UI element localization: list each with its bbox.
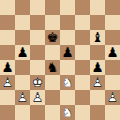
white-piece-outline: ♙ [90, 75, 105, 90]
white-pawn[interactable]: ♟♙ [0, 75, 15, 90]
white-pawn[interactable]: ♟♙ [105, 90, 120, 105]
white-piece-outline: ♘ [60, 105, 75, 120]
square-c4[interactable] [30, 60, 45, 75]
square-b7[interactable] [15, 15, 30, 30]
square-e2[interactable] [60, 90, 75, 105]
square-f5[interactable] [75, 45, 90, 60]
square-b1[interactable] [15, 105, 30, 120]
square-g6[interactable]: ♝ [90, 30, 105, 45]
square-a1[interactable] [0, 105, 15, 120]
black-pawn[interactable]: ♟ [105, 45, 120, 60]
white-piece-outline: ♙ [30, 90, 45, 105]
black-pawn[interactable]: ♟ [15, 45, 30, 60]
square-h3[interactable] [105, 75, 120, 90]
square-c7[interactable] [30, 15, 45, 30]
square-g2[interactable] [90, 90, 105, 105]
square-f6[interactable] [75, 30, 90, 45]
square-f2[interactable] [75, 90, 90, 105]
square-d5[interactable] [45, 45, 60, 60]
square-h7[interactable] [105, 15, 120, 30]
square-a2[interactable] [0, 90, 15, 105]
square-a7[interactable] [0, 15, 15, 30]
square-c3[interactable]: ♚♔ [30, 75, 45, 90]
square-e6[interactable] [60, 30, 75, 45]
square-e5[interactable]: ♟ [60, 45, 75, 60]
square-c1[interactable] [30, 105, 45, 120]
square-g7[interactable] [90, 15, 105, 30]
square-c8[interactable] [30, 0, 45, 15]
square-d8[interactable] [45, 0, 60, 15]
white-piece-outline: ♙ [105, 90, 120, 105]
square-b4[interactable] [15, 60, 30, 75]
square-e4[interactable] [60, 60, 75, 75]
black-king[interactable]: ♚ [45, 30, 60, 45]
square-b2[interactable]: ♟♙ [15, 90, 30, 105]
white-knight[interactable]: ♞♘ [60, 75, 75, 90]
square-g1[interactable] [90, 105, 105, 120]
square-f4[interactable] [75, 60, 90, 75]
black-bishop[interactable]: ♝ [90, 30, 105, 45]
white-piece-outline: ♙ [0, 75, 15, 90]
square-d3[interactable] [45, 75, 60, 90]
black-knight[interactable]: ♞ [45, 60, 60, 75]
square-a6[interactable] [0, 30, 15, 45]
square-h6[interactable] [105, 30, 120, 45]
square-b6[interactable] [15, 30, 30, 45]
black-pawn[interactable]: ♟ [90, 60, 105, 75]
square-a4[interactable]: ♟ [0, 60, 15, 75]
white-king[interactable]: ♚♔ [30, 75, 45, 90]
square-b3[interactable] [15, 75, 30, 90]
black-pawn[interactable]: ♟ [60, 45, 75, 60]
square-h5[interactable]: ♟ [105, 45, 120, 60]
white-piece-outline: ♔ [30, 75, 45, 90]
square-g4[interactable]: ♟ [90, 60, 105, 75]
square-h2[interactable]: ♟♙ [105, 90, 120, 105]
square-f1[interactable] [75, 105, 90, 120]
square-e3[interactable]: ♞♘ [60, 75, 75, 90]
white-knight[interactable]: ♞♘ [60, 105, 75, 120]
white-piece-outline: ♘ [60, 75, 75, 90]
white-piece-outline: ♙ [15, 90, 30, 105]
square-a8[interactable] [0, 0, 15, 15]
square-g8[interactable] [90, 0, 105, 15]
square-f8[interactable] [75, 0, 90, 15]
square-c2[interactable]: ♟♙ [30, 90, 45, 105]
white-pawn[interactable]: ♟♙ [15, 90, 30, 105]
square-g3[interactable]: ♟♙ [90, 75, 105, 90]
square-e7[interactable] [60, 15, 75, 30]
square-d7[interactable] [45, 15, 60, 30]
square-e1[interactable]: ♞♘ [60, 105, 75, 120]
square-b8[interactable] [15, 0, 30, 15]
square-c6[interactable] [30, 30, 45, 45]
black-pawn[interactable]: ♟ [0, 60, 15, 75]
square-c5[interactable] [30, 45, 45, 60]
square-d1[interactable] [45, 105, 60, 120]
square-e8[interactable] [60, 0, 75, 15]
square-g5[interactable] [90, 45, 105, 60]
square-f3[interactable] [75, 75, 90, 90]
square-h8[interactable] [105, 0, 120, 15]
white-pawn[interactable]: ♟♙ [30, 90, 45, 105]
square-d2[interactable] [45, 90, 60, 105]
square-d4[interactable]: ♞ [45, 60, 60, 75]
square-a5[interactable] [0, 45, 15, 60]
square-d6[interactable]: ♚ [45, 30, 60, 45]
chess-board: ♚♝♟♟♟♟♞♟♟♙♚♔♞♘♟♙♟♙♟♙♟♙♞♘ [0, 0, 120, 120]
square-h4[interactable] [105, 60, 120, 75]
white-pawn[interactable]: ♟♙ [90, 75, 105, 90]
square-b5[interactable]: ♟ [15, 45, 30, 60]
square-h1[interactable] [105, 105, 120, 120]
square-a3[interactable]: ♟♙ [0, 75, 15, 90]
square-f7[interactable] [75, 15, 90, 30]
